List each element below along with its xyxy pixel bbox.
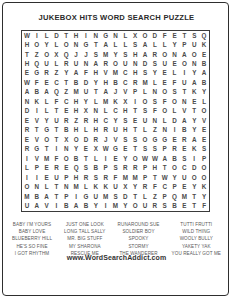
- grid-cell: U: [189, 40, 199, 49]
- grid-cell: M: [22, 192, 32, 201]
- grid-cell: T: [189, 202, 199, 211]
- grid-cell: L: [160, 116, 170, 125]
- grid-cell: Z: [61, 88, 71, 97]
- grid-cell: O: [42, 50, 52, 59]
- word-list-item: WOOLY BULLY: [180, 235, 213, 242]
- grid-cell: H: [91, 69, 101, 78]
- grid-cell: K: [101, 183, 111, 192]
- grid-cell: Q: [71, 164, 81, 173]
- grid-cell: S: [111, 192, 121, 201]
- grid-cell: H: [120, 107, 130, 116]
- grid-cell: E: [42, 164, 52, 173]
- grid-cell: M: [130, 173, 140, 182]
- grid-cell: K: [199, 183, 209, 192]
- grid-cell: S: [140, 107, 150, 116]
- grid-cell: R: [22, 126, 32, 135]
- grid-cell: H: [22, 59, 32, 68]
- grid-cell: I: [32, 31, 42, 40]
- grid-cell: K: [199, 40, 209, 49]
- grid-cell: I: [101, 202, 111, 211]
- grid-cell: R: [61, 116, 71, 125]
- grid-cell: J: [81, 50, 91, 59]
- grid-cell: W: [22, 31, 32, 40]
- grid-cell: K: [91, 183, 101, 192]
- grid-cell: B: [179, 126, 189, 135]
- grid-cell: B: [199, 59, 209, 68]
- grid-cell: M: [179, 192, 189, 201]
- grid-cell: F: [111, 173, 121, 182]
- grid-cell: S: [91, 173, 101, 182]
- grid-cell: I: [101, 154, 111, 163]
- grid-cell: P: [130, 88, 140, 97]
- puzzle-page: JUKEBOX HITS WORD SEARCH PUZZLE WILDTHIN…: [0, 0, 233, 300]
- grid-cell: X: [61, 135, 71, 144]
- grid-cell: Y: [189, 183, 199, 192]
- grid-cell: D: [150, 31, 160, 40]
- grid-cell: R: [150, 50, 160, 59]
- grid-cell: F: [170, 78, 180, 87]
- grid-cell: D: [81, 135, 91, 144]
- grid-cell: O: [130, 154, 140, 163]
- grid-cell: P: [160, 145, 170, 154]
- grid-cell: S: [120, 116, 130, 125]
- grid-cell: Z: [150, 192, 160, 201]
- grid-cell: X: [52, 50, 62, 59]
- grid-cell: C: [101, 116, 111, 125]
- puzzle-title: JUKEBOX HITS WORD SEARCH PUZZLE: [0, 13, 233, 22]
- grid-cell: O: [179, 59, 189, 68]
- grid-cell: E: [22, 135, 32, 144]
- grid-cell: F: [32, 78, 42, 87]
- grid-cell: L: [42, 31, 52, 40]
- grid-cell: L: [170, 107, 180, 116]
- grid-cell: W: [150, 154, 160, 163]
- grid-cell: S: [189, 31, 199, 40]
- word-list-item: WILD THING: [182, 228, 210, 235]
- grid-cell: A: [101, 88, 111, 97]
- word-list-item: SOLDIER BOY: [122, 228, 154, 235]
- grid-cell: R: [61, 59, 71, 68]
- grid-cell: U: [120, 59, 130, 68]
- grid-cell: T: [130, 192, 140, 201]
- grid-cell: S: [150, 145, 160, 154]
- grid-cell: E: [170, 135, 180, 144]
- grid-cell: W: [101, 145, 111, 154]
- grid-cell: O: [199, 107, 209, 116]
- grid-cell: A: [179, 116, 189, 125]
- grid-cell: R: [81, 116, 91, 125]
- grid-cell: Z: [32, 50, 42, 59]
- grid-cell: A: [140, 40, 150, 49]
- grid-cell: Z: [150, 126, 160, 135]
- grid-cell: F: [150, 183, 160, 192]
- grid-cell: I: [32, 107, 42, 116]
- grid-cell: O: [189, 50, 199, 59]
- grid-cell: E: [22, 116, 32, 125]
- grid-cell: S: [91, 50, 101, 59]
- grid-cell: T: [52, 107, 62, 116]
- grid-cell: H: [71, 97, 81, 106]
- grid-cell: E: [179, 145, 189, 154]
- grid-cell: R: [42, 69, 52, 78]
- grid-cell: I: [81, 31, 91, 40]
- grid-cell: T: [130, 145, 140, 154]
- grid-cell: O: [71, 135, 81, 144]
- grid-cell: P: [170, 183, 180, 192]
- grid-cell: L: [52, 59, 62, 68]
- grid-cell: H: [91, 126, 101, 135]
- word-list-item: JUST ONE LOOK: [66, 221, 104, 228]
- grid-cell: Y: [189, 116, 199, 125]
- grid-cell: I: [22, 173, 32, 182]
- grid-cell: V: [32, 154, 42, 163]
- grid-cell: G: [111, 145, 121, 154]
- grid-cell: L: [22, 164, 32, 173]
- grid-cell: I: [170, 126, 180, 135]
- grid-cell: C: [111, 107, 121, 116]
- grid-cell: Y: [199, 192, 209, 201]
- grid-cell: P: [179, 40, 189, 49]
- grid-cell: K: [189, 88, 199, 97]
- grid-cell: Y: [189, 126, 199, 135]
- grid-cell: U: [71, 59, 81, 68]
- grid-cell: S: [111, 164, 121, 173]
- grid-cell: T: [52, 192, 62, 201]
- grid-cell: A: [199, 69, 209, 78]
- grid-cell: B: [111, 78, 121, 87]
- word-list-item: YAKETY YAK: [182, 243, 211, 250]
- grid-cell: R: [101, 126, 111, 135]
- grid-cell: A: [22, 88, 32, 97]
- grid-cell: E: [179, 183, 189, 192]
- grid-cell: Z: [71, 116, 81, 125]
- grid-cell: U: [111, 183, 121, 192]
- grid-cell: H: [91, 116, 101, 125]
- grid-cell: N: [130, 59, 140, 68]
- grid-cell: L: [91, 154, 101, 163]
- grid-cell: M: [111, 69, 121, 78]
- grid-cell: M: [42, 154, 52, 163]
- grid-cell: I: [32, 173, 42, 182]
- grid-cell: V: [179, 107, 189, 116]
- grid-cell: S: [170, 88, 180, 97]
- grid-cell: A: [179, 50, 189, 59]
- grid-cell: L: [140, 126, 150, 135]
- grid-cell: T: [91, 88, 101, 97]
- word-list-item: BLUEBERRY HILL: [12, 235, 52, 242]
- grid-cell: U: [91, 192, 101, 201]
- grid-cell: M: [140, 78, 150, 87]
- grid-cell: Q: [170, 192, 180, 201]
- grid-cell: T: [52, 126, 62, 135]
- grid-cell: U: [179, 173, 189, 182]
- grid-cell: R: [179, 135, 189, 144]
- grid-cell: L: [91, 97, 101, 106]
- word-list: BABY I'M YOURSBABY LOVEBLUEBERRY HILLHE'…: [12, 221, 221, 257]
- word-list-item: SPOOKY: [129, 235, 149, 242]
- grid-cell: T: [61, 78, 71, 87]
- grid-cell: S: [179, 154, 189, 163]
- grid-cell: R: [150, 202, 160, 211]
- grid-cell: F: [52, 154, 62, 163]
- grid-cell: T: [189, 192, 199, 201]
- grid-cell: M: [101, 97, 111, 106]
- grid-cell: L: [150, 40, 160, 49]
- grid-cell: S: [150, 59, 160, 68]
- grid-cell: N: [160, 126, 170, 135]
- grid-cell: P: [160, 192, 170, 201]
- grid-cell: G: [81, 40, 91, 49]
- grid-cell: N: [150, 116, 160, 125]
- grid-cell: C: [179, 164, 189, 173]
- grid-cell: V: [101, 69, 111, 78]
- grid-cell: V: [199, 116, 209, 125]
- grid-cell: Z: [52, 69, 62, 78]
- grid-cell: O: [42, 135, 52, 144]
- grid-cell: Q: [199, 31, 209, 40]
- grid-cell: E: [120, 145, 130, 154]
- word-list-column: RUNAROUND SUESOLDIER BOYSPOOKYSTORMYTHE …: [118, 221, 160, 257]
- grid-cell: E: [170, 59, 180, 68]
- grid-cell: O: [111, 59, 121, 68]
- grid-cell: O: [199, 164, 209, 173]
- grid-cell: O: [170, 97, 180, 106]
- grid-cell: H: [22, 40, 32, 49]
- grid-cell: O: [160, 88, 170, 97]
- grid-cell: B: [61, 202, 71, 211]
- grid-cell: E: [160, 78, 170, 87]
- grid-cell: P: [140, 164, 150, 173]
- grid-cell: G: [160, 135, 170, 144]
- grid-cell: Y: [120, 202, 130, 211]
- grid-cell: U: [42, 59, 52, 68]
- grid-cell: U: [140, 202, 150, 211]
- grid-cell: A: [71, 69, 81, 78]
- grid-cell: B: [199, 78, 209, 87]
- grid-cell: O: [32, 40, 42, 49]
- grid-cell: U: [52, 173, 62, 182]
- grid-cell: O: [170, 164, 180, 173]
- grid-cell: Y: [81, 97, 91, 106]
- grid-cell: G: [101, 31, 111, 40]
- grid-cell: Y: [71, 145, 81, 154]
- grid-cell: F: [150, 107, 160, 116]
- grid-cell: R: [130, 164, 140, 173]
- grid-cell: B: [32, 192, 42, 201]
- grid-cell: O: [140, 31, 150, 40]
- grid-cell: T: [42, 145, 52, 154]
- grid-cell: O: [61, 154, 71, 163]
- grid-cell: E: [81, 145, 91, 154]
- grid-cell: L: [101, 107, 111, 116]
- grid-cell: T: [189, 107, 199, 116]
- grid-cell: T: [81, 154, 91, 163]
- grid-cell: N: [179, 97, 189, 106]
- grid-cell: I: [52, 202, 62, 211]
- grid-cell: G: [81, 192, 91, 201]
- grid-cell: R: [22, 145, 32, 154]
- grid-cell: U: [81, 88, 91, 97]
- grid-cell: T: [32, 126, 42, 135]
- grid-cell: S: [130, 40, 140, 49]
- grid-cell: N: [61, 183, 71, 192]
- grid-cell: O: [140, 135, 150, 144]
- grid-cell: X: [130, 31, 140, 40]
- grid-cell: U: [179, 78, 189, 87]
- grid-cell: Y: [189, 69, 199, 78]
- grid-cell: D: [120, 192, 130, 201]
- grid-cell: Y: [150, 69, 160, 78]
- grid-cell: B: [81, 202, 91, 211]
- grid-cell: U: [52, 116, 62, 125]
- grid-cell: F: [52, 97, 62, 106]
- grid-cell: B: [71, 154, 81, 163]
- grid-cell: U: [22, 202, 32, 211]
- grid-cell: J: [71, 50, 81, 59]
- grid-cell: Y: [130, 183, 140, 192]
- grid-cell: N: [91, 107, 101, 116]
- grid-cell: W: [22, 78, 32, 87]
- grid-cell: Y: [91, 202, 101, 211]
- grid-cell: R: [81, 173, 91, 182]
- grid-cell: L: [81, 126, 91, 135]
- grid-cell: B: [91, 164, 101, 173]
- grid-cell: E: [61, 107, 71, 116]
- grid-cell: R: [170, 145, 180, 154]
- grid-cell: L: [42, 97, 52, 106]
- grid-cell: A: [140, 50, 150, 59]
- grid-cell: E: [170, 31, 180, 40]
- grid-cell: H: [130, 69, 140, 78]
- word-list-item: TUTTI FRUTTI: [180, 221, 212, 228]
- website-url: www.WordSearchAddict.com: [0, 254, 233, 261]
- grid-cell: L: [52, 40, 62, 49]
- grid-cell: S: [130, 135, 140, 144]
- grid-cell: X: [81, 107, 91, 116]
- grid-cell: T: [150, 173, 160, 182]
- grid-cell: L: [160, 40, 170, 49]
- grid-cell: N: [189, 59, 199, 68]
- grid-cell: Q: [61, 50, 71, 59]
- word-list-item: LONG TALL SALLY: [64, 228, 105, 235]
- grid-cell: E: [42, 173, 52, 182]
- grid-cell: N: [170, 50, 180, 59]
- grid-cell: T: [179, 31, 189, 40]
- grid-cell: Y: [111, 50, 121, 59]
- grid-cell: D: [52, 31, 62, 40]
- grid-cell: L: [120, 40, 130, 49]
- grid-cell: L: [199, 97, 209, 106]
- word-list-column: JUST ONE LOOKLONG TALL SALLYMR. BIG STUF…: [64, 221, 105, 257]
- grid-cell: G: [32, 145, 42, 154]
- grid-cell: R: [52, 164, 62, 173]
- grid-cell: T: [52, 135, 62, 144]
- grid-cell: O: [22, 183, 32, 192]
- grid-cell: R: [101, 59, 111, 68]
- grid-cell: Q: [32, 59, 42, 68]
- grid-cell: D: [189, 164, 199, 173]
- grid-cell: L: [81, 183, 91, 192]
- grid-cell: T: [91, 40, 101, 49]
- grid-cell: V: [32, 116, 42, 125]
- grid-cell: W: [160, 173, 170, 182]
- grid-cell: T: [179, 88, 189, 97]
- grid-cell: G: [42, 126, 52, 135]
- grid-cell: E: [111, 154, 121, 163]
- grid-cell: Y: [61, 69, 71, 78]
- grid-cell: X: [120, 97, 130, 106]
- grid-cell: J: [101, 135, 111, 144]
- grid-cell: L: [140, 192, 150, 201]
- grid-cell: I: [179, 69, 189, 78]
- grid-cell: H: [71, 31, 81, 40]
- grid-cell: L: [42, 183, 52, 192]
- grid-cell: T: [160, 164, 170, 173]
- grid-cell: H: [101, 78, 111, 87]
- grid-cell: T: [52, 183, 62, 192]
- grid-cell: T: [22, 50, 32, 59]
- grid-cell: T: [61, 31, 71, 40]
- grid-cell: P: [140, 173, 150, 182]
- grid-cell: T: [130, 107, 140, 116]
- grid-cell: L: [42, 107, 52, 116]
- grid-cell: C: [120, 78, 130, 87]
- grid-cell: H: [71, 107, 81, 116]
- grid-cell: E: [199, 126, 209, 135]
- grid-cell: E: [199, 50, 209, 59]
- grid-cell: A: [189, 78, 199, 87]
- grid-cell: N: [91, 31, 101, 40]
- grid-cell: A: [42, 88, 52, 97]
- grid-cell: L: [170, 69, 180, 78]
- grid-cell: U: [111, 126, 121, 135]
- grid-cell: R: [140, 183, 150, 192]
- grid-cell: S: [140, 69, 150, 78]
- grid-cell: N: [22, 97, 32, 106]
- grid-cell: M: [71, 88, 81, 97]
- grid-cell: E: [199, 135, 209, 144]
- grid-cell: U: [160, 59, 170, 68]
- grid-cell: P: [32, 164, 42, 173]
- grid-cell: P: [61, 173, 71, 182]
- grid-cell: N: [32, 183, 42, 192]
- grid-cell: D: [22, 107, 32, 116]
- grid-cell: M: [101, 50, 111, 59]
- grid-cell: C: [120, 69, 130, 78]
- grid-cell: E: [22, 69, 32, 78]
- grid-cell: N: [71, 40, 81, 49]
- word-list-item: BABY LOVE: [19, 228, 46, 235]
- grid-cell: Y: [199, 88, 209, 97]
- grid-cell: Y: [42, 116, 52, 125]
- grid-cell: N: [111, 31, 121, 40]
- grid-cell: S: [120, 135, 130, 144]
- grid-cell: I: [130, 97, 140, 106]
- grid-cell: R: [91, 135, 101, 144]
- grid-cell: E: [42, 78, 52, 87]
- grid-cell: E: [189, 97, 199, 106]
- word-list-item: RUNAROUND SUE: [118, 221, 160, 228]
- grid-cell: C: [160, 183, 170, 192]
- grid-cell: Q: [52, 88, 62, 97]
- grid-cell: K: [111, 97, 121, 106]
- grid-cell: A: [32, 202, 42, 211]
- grid-cell: D: [170, 116, 180, 125]
- word-list-column: BABY I'M YOURSBABY LOVEBLUEBERRY HILLHE'…: [12, 221, 52, 257]
- grid-cell: O: [199, 173, 209, 182]
- grid-cell: K: [189, 145, 199, 154]
- grid-cell: F: [81, 69, 91, 78]
